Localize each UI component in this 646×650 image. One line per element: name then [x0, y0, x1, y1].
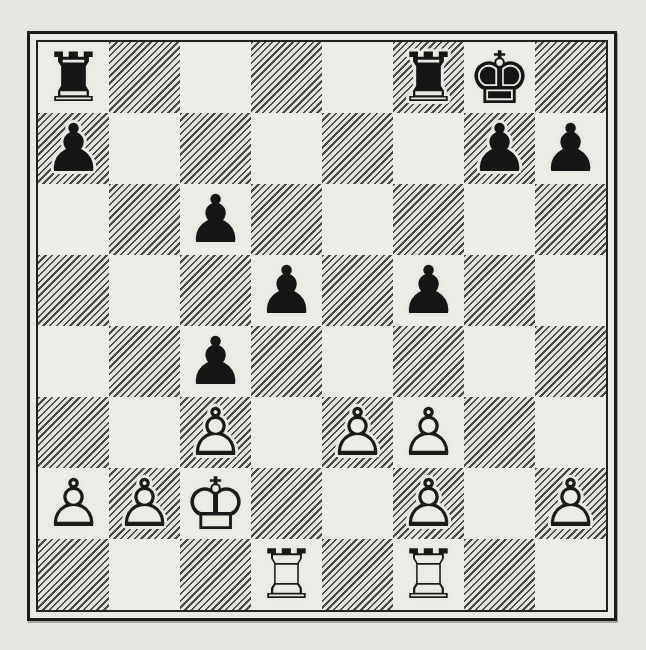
square-c7[interactable] — [180, 113, 251, 184]
square-f3[interactable]: ♟♙ — [393, 397, 464, 468]
chess-diagram-frame: ♜♜♚♟♟♟♟♟♟♟♟♙♟♙♟♙♟♙♟♙♚♔♟♙♟♙♜♖♜♖ — [27, 31, 617, 621]
black-piece-glyph: ♚ — [467, 42, 532, 113]
square-f6[interactable] — [393, 184, 464, 255]
square-d2[interactable] — [251, 468, 322, 539]
square-g7[interactable]: ♟ — [464, 113, 535, 184]
black-piece-glyph: ♟ — [186, 329, 245, 395]
square-c4[interactable]: ♟ — [180, 326, 251, 397]
black-pawn-a7: ♟ — [44, 116, 103, 182]
white-piece-outline: ♙ — [44, 471, 103, 537]
black-pawn-c6: ♟ — [186, 187, 245, 253]
square-f2[interactable]: ♟♙ — [393, 468, 464, 539]
black-pawn-g7: ♟ — [470, 116, 529, 182]
square-e8[interactable] — [322, 42, 393, 113]
square-d8[interactable] — [251, 42, 322, 113]
white-rook-d1: ♜♖ — [256, 541, 317, 609]
square-e7[interactable] — [322, 113, 393, 184]
square-g8[interactable]: ♚ — [464, 42, 535, 113]
white-piece-outline: ♔ — [183, 468, 248, 539]
square-g3[interactable] — [464, 397, 535, 468]
square-c5[interactable] — [180, 255, 251, 326]
square-f7[interactable] — [393, 113, 464, 184]
white-rook-f1: ♜♖ — [398, 541, 459, 609]
square-a5[interactable] — [38, 255, 109, 326]
black-piece-glyph: ♜ — [43, 44, 104, 112]
white-king-c2: ♚♔ — [183, 468, 248, 539]
square-e6[interactable] — [322, 184, 393, 255]
black-piece-glyph: ♟ — [44, 116, 103, 182]
black-rook-a8: ♜ — [43, 44, 104, 112]
square-h3[interactable] — [535, 397, 606, 468]
square-h4[interactable] — [535, 326, 606, 397]
square-c6[interactable]: ♟ — [180, 184, 251, 255]
square-f8[interactable]: ♜ — [393, 42, 464, 113]
white-pawn-f3: ♟♙ — [399, 400, 458, 466]
chess-board: ♜♜♚♟♟♟♟♟♟♟♟♙♟♙♟♙♟♙♟♙♚♔♟♙♟♙♜♖♜♖ — [38, 42, 606, 610]
white-piece-outline: ♙ — [399, 471, 458, 537]
white-pawn-e3: ♟♙ — [328, 400, 387, 466]
square-b7[interactable] — [109, 113, 180, 184]
black-pawn-f5: ♟ — [399, 258, 458, 324]
black-piece-glyph: ♟ — [470, 116, 529, 182]
square-e5[interactable] — [322, 255, 393, 326]
square-a2[interactable]: ♟♙ — [38, 468, 109, 539]
white-piece-outline: ♙ — [115, 471, 174, 537]
square-f5[interactable]: ♟ — [393, 255, 464, 326]
square-c1[interactable] — [180, 539, 251, 610]
square-d3[interactable] — [251, 397, 322, 468]
square-h7[interactable]: ♟ — [535, 113, 606, 184]
square-b1[interactable] — [109, 539, 180, 610]
square-b4[interactable] — [109, 326, 180, 397]
square-b6[interactable] — [109, 184, 180, 255]
board-inner-border: ♜♜♚♟♟♟♟♟♟♟♟♙♟♙♟♙♟♙♟♙♚♔♟♙♟♙♜♖♜♖ — [36, 40, 608, 612]
black-pawn-c4: ♟ — [186, 329, 245, 395]
square-h5[interactable] — [535, 255, 606, 326]
square-g1[interactable] — [464, 539, 535, 610]
square-h6[interactable] — [535, 184, 606, 255]
square-b5[interactable] — [109, 255, 180, 326]
square-g5[interactable] — [464, 255, 535, 326]
square-e3[interactable]: ♟♙ — [322, 397, 393, 468]
black-piece-glyph: ♜ — [398, 44, 459, 112]
square-a8[interactable]: ♜ — [38, 42, 109, 113]
black-piece-glyph: ♟ — [186, 187, 245, 253]
square-a7[interactable]: ♟ — [38, 113, 109, 184]
square-e2[interactable] — [322, 468, 393, 539]
white-piece-outline: ♙ — [399, 400, 458, 466]
white-piece-outline: ♖ — [256, 541, 317, 609]
square-h1[interactable] — [535, 539, 606, 610]
black-piece-glyph: ♟ — [257, 258, 316, 324]
white-pawn-c3: ♟♙ — [186, 400, 245, 466]
black-piece-glyph: ♟ — [399, 258, 458, 324]
square-c3[interactable]: ♟♙ — [180, 397, 251, 468]
white-pawn-a2: ♟♙ — [44, 471, 103, 537]
square-c2[interactable]: ♚♔ — [180, 468, 251, 539]
white-pawn-f2: ♟♙ — [399, 471, 458, 537]
black-piece-glyph: ♟ — [541, 116, 600, 182]
square-d7[interactable] — [251, 113, 322, 184]
square-g2[interactable] — [464, 468, 535, 539]
square-a6[interactable] — [38, 184, 109, 255]
square-g6[interactable] — [464, 184, 535, 255]
square-h8[interactable] — [535, 42, 606, 113]
white-piece-outline: ♙ — [186, 400, 245, 466]
white-piece-outline: ♙ — [541, 471, 600, 537]
square-a4[interactable] — [38, 326, 109, 397]
black-pawn-h7: ♟ — [541, 116, 600, 182]
white-pawn-h2: ♟♙ — [541, 471, 600, 537]
square-d6[interactable] — [251, 184, 322, 255]
white-piece-outline: ♖ — [398, 541, 459, 609]
square-b8[interactable] — [109, 42, 180, 113]
square-a1[interactable] — [38, 539, 109, 610]
square-a3[interactable] — [38, 397, 109, 468]
square-h2[interactable]: ♟♙ — [535, 468, 606, 539]
square-f1[interactable]: ♜♖ — [393, 539, 464, 610]
black-pawn-d5: ♟ — [257, 258, 316, 324]
square-d4[interactable] — [251, 326, 322, 397]
black-king-g8: ♚ — [467, 42, 532, 113]
black-rook-f8: ♜ — [398, 44, 459, 112]
square-g4[interactable] — [464, 326, 535, 397]
square-d5[interactable]: ♟ — [251, 255, 322, 326]
square-b3[interactable] — [109, 397, 180, 468]
square-d1[interactable]: ♜♖ — [251, 539, 322, 610]
square-f4[interactable] — [393, 326, 464, 397]
square-b2[interactable]: ♟♙ — [109, 468, 180, 539]
square-e1[interactable] — [322, 539, 393, 610]
white-pawn-b2: ♟♙ — [115, 471, 174, 537]
white-piece-outline: ♙ — [328, 400, 387, 466]
square-e4[interactable] — [322, 326, 393, 397]
square-c8[interactable] — [180, 42, 251, 113]
